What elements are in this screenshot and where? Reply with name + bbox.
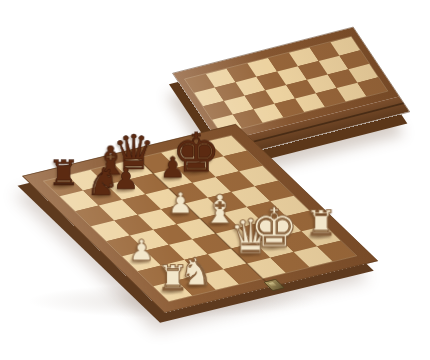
black-pawn-glyph: ♟ <box>113 165 139 194</box>
white-knight-glyph: ♞ <box>179 253 213 291</box>
white-pawn-glyph: ♟ <box>129 236 155 265</box>
black-king-glyph: ♚ <box>172 127 220 181</box>
white-rook-glyph: ♜ <box>305 206 336 241</box>
chess-set-product-photo: ♜♝♛♞♟♟♚♟♝♟♛♚♜♜♞ <box>0 0 430 360</box>
black-rook-glyph: ♜ <box>48 156 79 191</box>
white-pawn-glyph: ♟ <box>168 189 194 218</box>
white-king-glyph: ♚ <box>250 202 298 256</box>
